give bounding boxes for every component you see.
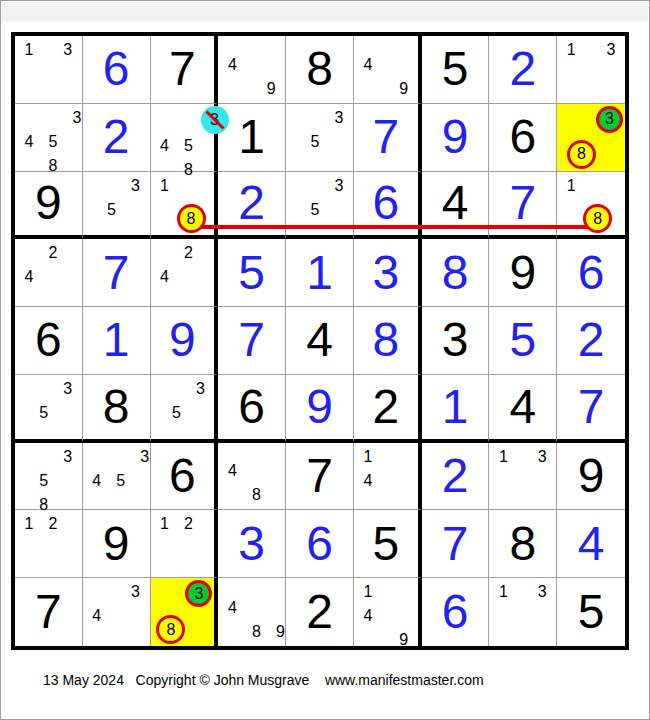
solved-digit: 1 bbox=[103, 316, 130, 364]
candidate-3: 3 bbox=[530, 580, 554, 604]
solved-digit: 6 bbox=[578, 249, 605, 297]
cell-r1c4: 49 bbox=[218, 36, 286, 104]
given-digit: 5 bbox=[372, 520, 399, 568]
candidate-4: 4 bbox=[85, 469, 109, 493]
cell-r3c9: 18 bbox=[557, 172, 625, 240]
cell-r3c7: 4 bbox=[422, 172, 490, 240]
candidate-3: 3 bbox=[56, 377, 80, 401]
solved-digit: 9 bbox=[169, 316, 196, 364]
solved-digit: 1 bbox=[306, 249, 333, 297]
solved-digit: 8 bbox=[442, 249, 469, 297]
cell-r9c3: 38 bbox=[151, 578, 219, 646]
cell-r8c5: 6 bbox=[286, 510, 354, 578]
cell-r1c9: 13 bbox=[557, 36, 625, 104]
sudoku-page: 1367498495213345823458135796389351823564… bbox=[0, 0, 650, 720]
cell-r2c2: 2 bbox=[83, 104, 151, 172]
cell-r7c4: 48 bbox=[218, 443, 286, 511]
pencil-marks: 3458 bbox=[153, 106, 213, 169]
given-digit: 6 bbox=[35, 316, 62, 364]
solved-digit: 7 bbox=[103, 249, 130, 297]
cell-r1c8: 2 bbox=[489, 36, 557, 104]
given-digit: 4 bbox=[442, 179, 469, 227]
pencil-marks: 345 bbox=[85, 445, 148, 508]
given-digit: 2 bbox=[372, 383, 399, 431]
solved-digit: 3 bbox=[372, 249, 399, 297]
given-digit: 8 bbox=[306, 45, 333, 93]
cell-r1c1: 13 bbox=[15, 36, 83, 104]
cell-r1c6: 49 bbox=[354, 36, 422, 104]
cell-r9c2: 34 bbox=[83, 578, 151, 646]
cell-r1c2: 6 bbox=[83, 36, 151, 104]
candidate-8-ring: 8 bbox=[156, 615, 185, 644]
cell-r1c3: 7 bbox=[151, 36, 219, 104]
given-digit: 8 bbox=[103, 383, 130, 431]
cell-r6c3: 35 bbox=[151, 375, 219, 443]
cell-r2c5: 35 bbox=[286, 104, 354, 172]
candidate-4: 4 bbox=[153, 265, 177, 289]
solved-digit: 5 bbox=[509, 316, 536, 364]
cell-r2c3: 3458 bbox=[151, 104, 219, 172]
given-digit: 5 bbox=[578, 588, 605, 636]
cell-r6c4: 6 bbox=[218, 375, 286, 443]
sudoku-board: 1367498495213345823458135796389351823564… bbox=[11, 32, 629, 650]
candidate-8: 8 bbox=[177, 158, 201, 182]
candidate-9: 9 bbox=[268, 620, 292, 644]
candidate-2: 2 bbox=[177, 241, 201, 265]
pencil-marks: 489 bbox=[220, 580, 283, 644]
cell-r5c1: 6 bbox=[15, 307, 83, 375]
candidate-2: 2 bbox=[41, 241, 65, 265]
solved-digit: 3 bbox=[238, 520, 265, 568]
pencil-marks: 35 bbox=[85, 174, 148, 234]
candidate-3: 3 bbox=[56, 38, 80, 62]
candidate-4: 4 bbox=[17, 265, 41, 289]
solved-digit: 2 bbox=[578, 316, 605, 364]
candidate-1: 1 bbox=[559, 174, 583, 198]
cell-r4c8: 9 bbox=[489, 239, 557, 307]
cell-r3c5: 35 bbox=[286, 172, 354, 240]
candidate-3: 3 bbox=[65, 106, 89, 130]
cell-r6c2: 8 bbox=[83, 375, 151, 443]
cell-r1c7: 5 bbox=[422, 36, 490, 104]
candidate-5: 5 bbox=[303, 130, 327, 154]
solved-digit: 6 bbox=[306, 520, 333, 568]
cell-r5c4: 7 bbox=[218, 307, 286, 375]
cell-r4c7: 8 bbox=[422, 239, 490, 307]
cell-r9c5: 2 bbox=[286, 578, 354, 646]
cell-r3c1: 9 bbox=[15, 172, 83, 240]
candidate-3: 3 bbox=[599, 38, 623, 62]
cell-r7c5: 7 bbox=[286, 443, 354, 511]
candidate-3: 3 bbox=[124, 174, 148, 198]
cell-r8c3: 12 bbox=[151, 510, 219, 578]
candidate-4: 4 bbox=[17, 130, 41, 154]
cell-r9c4: 489 bbox=[218, 578, 286, 646]
given-digit: 7 bbox=[169, 45, 196, 93]
given-digit: 8 bbox=[509, 520, 536, 568]
solved-digit: 2 bbox=[238, 179, 265, 227]
solved-digit: 8 bbox=[372, 316, 399, 364]
cell-r8c6: 5 bbox=[354, 510, 422, 578]
cell-r2c8: 6 bbox=[489, 104, 557, 172]
given-digit: 9 bbox=[578, 452, 605, 500]
candidate-5: 5 bbox=[32, 401, 56, 425]
given-digit: 3 bbox=[442, 316, 469, 364]
candidate-1: 1 bbox=[491, 580, 515, 604]
solved-digit: 2 bbox=[509, 45, 536, 93]
candidate-2: 2 bbox=[177, 512, 201, 536]
candidate-5: 5 bbox=[164, 401, 188, 425]
cell-r7c6: 14 bbox=[354, 443, 422, 511]
pencil-marks: 38 bbox=[153, 580, 213, 644]
candidate-9: 9 bbox=[392, 77, 416, 101]
pencil-marks: 35 bbox=[153, 377, 213, 437]
candidate-5: 5 bbox=[41, 130, 65, 154]
candidate-3-green: 3 bbox=[185, 580, 212, 607]
pencil-marks: 358 bbox=[17, 445, 80, 508]
solved-digit: 9 bbox=[442, 113, 469, 161]
candidate-4: 4 bbox=[220, 53, 244, 77]
solved-digit: 6 bbox=[442, 588, 469, 636]
candidate-4: 4 bbox=[356, 469, 380, 493]
pencil-marks: 14 bbox=[356, 445, 416, 508]
given-digit: 6 bbox=[509, 113, 536, 161]
candidate-8-ring: 8 bbox=[567, 140, 596, 169]
cell-r7c3: 6 bbox=[151, 443, 219, 511]
solved-digit: 9 bbox=[306, 383, 333, 431]
pencil-marks: 13 bbox=[491, 445, 554, 508]
solved-digit: 7 bbox=[372, 113, 399, 161]
given-digit: 9 bbox=[509, 249, 536, 297]
candidate-3: 3 bbox=[327, 106, 351, 130]
candidate-4: 4 bbox=[356, 604, 380, 628]
candidate-3: 3 bbox=[56, 445, 80, 469]
solved-digit: 2 bbox=[442, 452, 469, 500]
solved-digit: 5 bbox=[238, 249, 265, 297]
given-digit: 7 bbox=[306, 452, 333, 500]
candidate-3: 3 bbox=[530, 445, 554, 469]
pencil-marks: 12 bbox=[153, 512, 213, 575]
candidate-1: 1 bbox=[153, 174, 177, 198]
given-digit: 9 bbox=[35, 179, 62, 227]
candidate-8: 8 bbox=[244, 483, 268, 507]
cell-r5c9: 2 bbox=[557, 307, 625, 375]
candidate-4: 4 bbox=[356, 53, 380, 77]
cell-r2c6: 7 bbox=[354, 104, 422, 172]
candidate-3-slash: 3 bbox=[201, 106, 229, 134]
cell-r7c9: 9 bbox=[557, 443, 625, 511]
candidate-8: 8 bbox=[244, 620, 268, 644]
cell-r6c1: 35 bbox=[15, 375, 83, 443]
given-digit: 5 bbox=[442, 45, 469, 93]
cell-r9c7: 6 bbox=[422, 578, 490, 646]
cell-r3c6: 6 bbox=[354, 172, 422, 240]
cell-r4c3: 24 bbox=[151, 239, 219, 307]
pencil-marks: 24 bbox=[153, 241, 213, 304]
pencil-marks: 18 bbox=[153, 174, 213, 234]
candidate-5: 5 bbox=[109, 469, 133, 493]
given-digit: 9 bbox=[103, 520, 130, 568]
candidate-1: 1 bbox=[491, 445, 515, 469]
candidate-1: 1 bbox=[356, 580, 380, 604]
candidate-5: 5 bbox=[32, 469, 56, 493]
cell-r4c6: 3 bbox=[354, 239, 422, 307]
pencil-marks: 12 bbox=[17, 512, 80, 575]
cell-r3c2: 35 bbox=[83, 172, 151, 240]
candidate-9: 9 bbox=[392, 628, 416, 652]
cell-r7c2: 345 bbox=[83, 443, 151, 511]
solved-digit: 4 bbox=[578, 520, 605, 568]
cell-r2c7: 9 bbox=[422, 104, 490, 172]
given-digit: 4 bbox=[509, 383, 536, 431]
pencil-marks: 38 bbox=[559, 106, 623, 169]
given-digit: 6 bbox=[238, 383, 265, 431]
solved-digit: 7 bbox=[509, 179, 536, 227]
solved-digit: 7 bbox=[578, 383, 605, 431]
cell-r9c6: 149 bbox=[354, 578, 422, 646]
solved-digit: 7 bbox=[238, 316, 265, 364]
cell-r6c7: 1 bbox=[422, 375, 490, 443]
candidate-8-yellowring: 8 bbox=[583, 204, 612, 233]
cell-r3c4: 2 bbox=[218, 172, 286, 240]
solved-digit: 6 bbox=[103, 45, 130, 93]
candidate-1: 1 bbox=[356, 445, 380, 469]
candidate-8: 8 bbox=[41, 154, 65, 178]
pencil-marks: 48 bbox=[220, 445, 283, 508]
candidate-3: 3 bbox=[188, 377, 212, 401]
cell-r5c8: 5 bbox=[489, 307, 557, 375]
cell-r9c8: 13 bbox=[489, 578, 557, 646]
candidate-5: 5 bbox=[303, 198, 327, 222]
cell-r2c1: 3458 bbox=[15, 104, 83, 172]
candidate-3: 3 bbox=[327, 174, 351, 198]
cell-r3c8: 7 bbox=[489, 172, 557, 240]
solved-digit: 7 bbox=[442, 520, 469, 568]
solved-digit: 2 bbox=[103, 113, 130, 161]
cell-r4c2: 7 bbox=[83, 239, 151, 307]
cell-r6c9: 7 bbox=[557, 375, 625, 443]
candidate-1: 1 bbox=[17, 512, 41, 536]
cell-r4c5: 1 bbox=[286, 239, 354, 307]
pencil-marks: 13 bbox=[17, 38, 80, 101]
candidate-5: 5 bbox=[100, 198, 124, 222]
cell-r5c5: 4 bbox=[286, 307, 354, 375]
cell-r6c6: 2 bbox=[354, 375, 422, 443]
cell-r8c8: 8 bbox=[489, 510, 557, 578]
cell-r9c9: 5 bbox=[557, 578, 625, 646]
solved-digit: 6 bbox=[372, 179, 399, 227]
top-band bbox=[2, 2, 648, 22]
cell-r8c2: 9 bbox=[83, 510, 151, 578]
candidate-1: 1 bbox=[559, 38, 583, 62]
cell-r5c3: 9 bbox=[151, 307, 219, 375]
cell-r4c1: 24 bbox=[15, 239, 83, 307]
pencil-marks: 49 bbox=[220, 38, 283, 101]
candidate-3-green: 3 bbox=[596, 106, 623, 133]
candidate-2: 2 bbox=[41, 512, 65, 536]
cell-r8c9: 4 bbox=[557, 510, 625, 578]
solved-digit: 1 bbox=[442, 383, 469, 431]
pencil-marks: 24 bbox=[17, 241, 80, 304]
candidate-4: 4 bbox=[220, 596, 244, 620]
given-digit: 1 bbox=[238, 113, 265, 161]
candidate-3: 3 bbox=[133, 445, 157, 469]
candidate-3: 3 bbox=[124, 580, 148, 604]
candidate-8-yellowring: 8 bbox=[177, 204, 206, 233]
cell-r5c7: 3 bbox=[422, 307, 490, 375]
cell-r6c5: 9 bbox=[286, 375, 354, 443]
pencil-marks: 49 bbox=[356, 38, 416, 101]
cell-r7c8: 13 bbox=[489, 443, 557, 511]
pencil-marks: 13 bbox=[559, 38, 623, 101]
cell-r1c5: 8 bbox=[286, 36, 354, 104]
cell-r7c1: 358 bbox=[15, 443, 83, 511]
candidate-4: 4 bbox=[220, 459, 244, 483]
candidate-1: 1 bbox=[17, 38, 41, 62]
cell-r6c8: 4 bbox=[489, 375, 557, 443]
candidate-9: 9 bbox=[259, 77, 283, 101]
cell-r5c2: 1 bbox=[83, 307, 151, 375]
cell-r8c4: 3 bbox=[218, 510, 286, 578]
cell-r4c4: 5 bbox=[218, 239, 286, 307]
pencil-marks: 35 bbox=[17, 377, 80, 437]
pencil-marks: 149 bbox=[356, 580, 416, 644]
cell-r9c1: 7 bbox=[15, 578, 83, 646]
candidate-5: 5 bbox=[177, 134, 201, 158]
footer-text: 13 May 2024 Copyright © John Musgrave ww… bbox=[43, 672, 484, 688]
pencil-marks: 13 bbox=[491, 580, 554, 644]
pencil-marks: 34 bbox=[85, 580, 148, 644]
candidate-4: 4 bbox=[153, 134, 177, 158]
cell-r7c7: 2 bbox=[422, 443, 490, 511]
cell-r5c6: 8 bbox=[354, 307, 422, 375]
cell-r8c7: 7 bbox=[422, 510, 490, 578]
given-digit: 2 bbox=[306, 588, 333, 636]
given-digit: 7 bbox=[35, 588, 62, 636]
cell-r4c9: 6 bbox=[557, 239, 625, 307]
candidate-1: 1 bbox=[153, 512, 177, 536]
cell-r2c9: 38 bbox=[557, 104, 625, 172]
cell-r8c1: 12 bbox=[15, 510, 83, 578]
chain-line bbox=[184, 225, 591, 229]
given-digit: 6 bbox=[169, 452, 196, 500]
pencil-marks: 35 bbox=[288, 106, 351, 169]
given-digit: 4 bbox=[306, 316, 333, 364]
pencil-marks: 3458 bbox=[17, 106, 80, 169]
candidate-4: 4 bbox=[85, 604, 109, 628]
